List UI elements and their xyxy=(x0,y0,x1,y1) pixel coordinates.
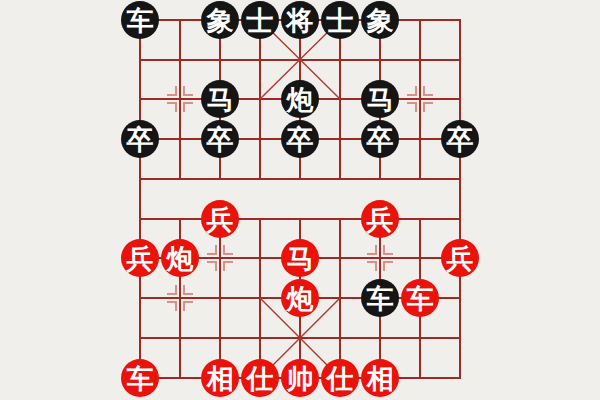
piece-red-advisor[interactable]: 仕 xyxy=(241,359,279,397)
piece-red-soldier[interactable]: 兵 xyxy=(201,200,239,238)
piece-black-chariot[interactable]: 车 xyxy=(121,1,159,39)
piece-red-chariot[interactable]: 车 xyxy=(401,279,439,317)
piece-red-soldier[interactable]: 兵 xyxy=(121,239,159,277)
piece-red-advisor[interactable]: 仕 xyxy=(321,359,359,397)
piece-red-general[interactable]: 帅 xyxy=(281,359,319,397)
piece-red-chariot[interactable]: 车 xyxy=(121,359,159,397)
piece-black-advisor[interactable]: 士 xyxy=(241,1,279,39)
piece-black-soldier[interactable]: 卒 xyxy=(441,120,479,158)
board-grid xyxy=(0,0,600,400)
xiangqi-board[interactable]: 车象士将士象马炮马卒卒卒卒卒车兵兵兵炮马兵炮车车相仕帅仕相 xyxy=(0,0,600,400)
piece-red-elephant[interactable]: 相 xyxy=(201,359,239,397)
piece-red-soldier[interactable]: 兵 xyxy=(441,239,479,277)
piece-black-horse[interactable]: 马 xyxy=(201,80,239,118)
piece-black-soldier[interactable]: 卒 xyxy=(121,120,159,158)
piece-red-elephant[interactable]: 相 xyxy=(361,359,399,397)
piece-black-soldier[interactable]: 卒 xyxy=(281,120,319,158)
piece-black-horse[interactable]: 马 xyxy=(361,80,399,118)
piece-black-elephant[interactable]: 象 xyxy=(201,1,239,39)
piece-red-horse[interactable]: 马 xyxy=(281,239,319,277)
piece-red-cannon[interactable]: 炮 xyxy=(281,279,319,317)
piece-black-soldier[interactable]: 卒 xyxy=(201,120,239,158)
piece-black-chariot[interactable]: 车 xyxy=(361,279,399,317)
piece-black-advisor[interactable]: 士 xyxy=(321,1,359,39)
piece-red-cannon[interactable]: 炮 xyxy=(161,239,199,277)
piece-black-cannon[interactable]: 炮 xyxy=(281,80,319,118)
piece-black-general[interactable]: 将 xyxy=(281,1,319,39)
piece-black-elephant[interactable]: 象 xyxy=(361,1,399,39)
piece-black-soldier[interactable]: 卒 xyxy=(361,120,399,158)
piece-red-soldier[interactable]: 兵 xyxy=(361,200,399,238)
